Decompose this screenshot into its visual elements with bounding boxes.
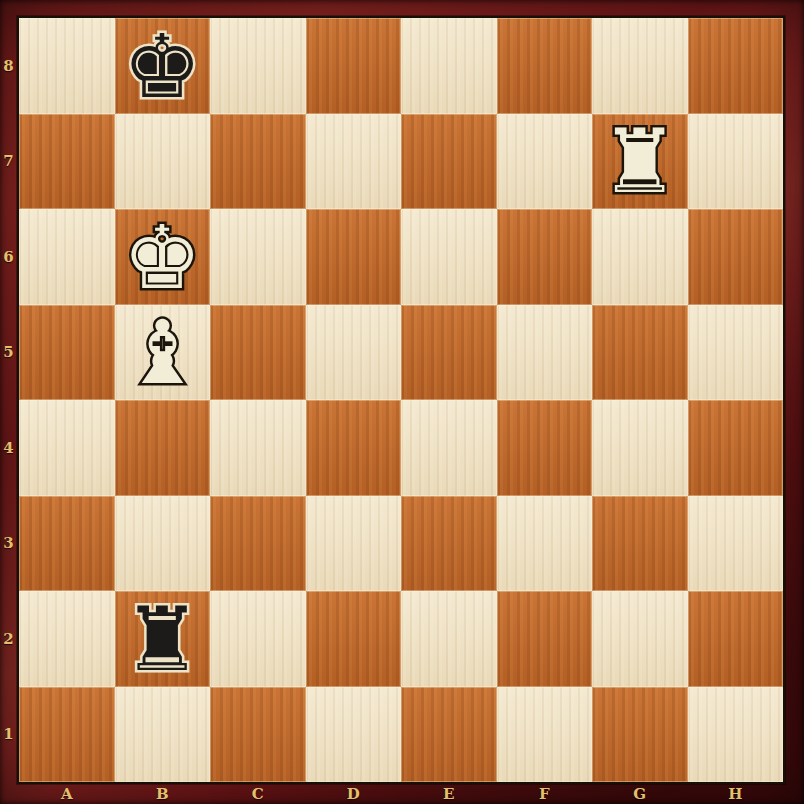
square-b6[interactable]: ♚♚ — [115, 209, 211, 305]
square-f2[interactable] — [497, 591, 593, 687]
king-icon: ♚ — [123, 23, 202, 111]
square-b4[interactable] — [115, 400, 211, 496]
square-f6[interactable] — [497, 209, 593, 305]
file-label-e: E — [401, 784, 497, 804]
square-c7[interactable] — [210, 114, 306, 210]
rank-label-3: 3 — [0, 496, 17, 592]
rank-label-1: 1 — [0, 687, 17, 783]
square-a7[interactable] — [19, 114, 115, 210]
square-a6[interactable] — [19, 209, 115, 305]
square-h6[interactable] — [688, 209, 784, 305]
rank-label-8: 8 — [0, 18, 17, 114]
square-h8[interactable] — [688, 18, 784, 114]
rank-labels: 87654321 — [0, 18, 17, 782]
square-b2[interactable]: ♜♜ — [115, 591, 211, 687]
rank-label-2: 2 — [0, 591, 17, 687]
square-f3[interactable] — [497, 496, 593, 592]
square-d4[interactable] — [306, 400, 402, 496]
file-label-h: H — [688, 784, 784, 804]
square-g7[interactable]: ♜♜ — [592, 114, 688, 210]
chessboard-screenshot: ♚♚♜♜♚♚♝♝♜♜ 87654321 ABCDEFGH — [0, 0, 804, 804]
square-f4[interactable] — [497, 400, 593, 496]
square-e5[interactable] — [401, 305, 497, 401]
square-g6[interactable] — [592, 209, 688, 305]
square-a3[interactable] — [19, 496, 115, 592]
file-label-d: D — [306, 784, 402, 804]
square-h5[interactable] — [688, 305, 784, 401]
white-king[interactable]: ♚♚ — [115, 209, 211, 305]
square-c1[interactable] — [210, 687, 306, 783]
square-e3[interactable] — [401, 496, 497, 592]
square-f1[interactable] — [497, 687, 593, 783]
square-d1[interactable] — [306, 687, 402, 783]
square-d5[interactable] — [306, 305, 402, 401]
rook-icon: ♜ — [600, 118, 679, 206]
rook-icon: ♜ — [123, 596, 202, 684]
square-c8[interactable] — [210, 18, 306, 114]
square-g2[interactable] — [592, 591, 688, 687]
square-h3[interactable] — [688, 496, 784, 592]
square-g1[interactable] — [592, 687, 688, 783]
square-g5[interactable] — [592, 305, 688, 401]
square-b5[interactable]: ♝♝ — [115, 305, 211, 401]
rank-label-4: 4 — [0, 400, 17, 496]
file-labels: ABCDEFGH — [19, 784, 783, 804]
black-king[interactable]: ♚♚ — [115, 18, 211, 114]
square-c3[interactable] — [210, 496, 306, 592]
square-a4[interactable] — [19, 400, 115, 496]
square-b7[interactable] — [115, 114, 211, 210]
square-g8[interactable] — [592, 18, 688, 114]
square-h2[interactable] — [688, 591, 784, 687]
square-e2[interactable] — [401, 591, 497, 687]
square-e7[interactable] — [401, 114, 497, 210]
square-f5[interactable] — [497, 305, 593, 401]
chess-board: ♚♚♜♜♚♚♝♝♜♜ — [17, 16, 785, 784]
square-b1[interactable] — [115, 687, 211, 783]
file-label-c: C — [210, 784, 306, 804]
square-f8[interactable] — [497, 18, 593, 114]
square-d7[interactable] — [306, 114, 402, 210]
white-bishop[interactable]: ♝♝ — [115, 305, 211, 401]
square-d3[interactable] — [306, 496, 402, 592]
square-a1[interactable] — [19, 687, 115, 783]
square-b3[interactable] — [115, 496, 211, 592]
square-a8[interactable] — [19, 18, 115, 114]
rank-label-5: 5 — [0, 305, 17, 401]
square-c6[interactable] — [210, 209, 306, 305]
square-a5[interactable] — [19, 305, 115, 401]
square-e8[interactable] — [401, 18, 497, 114]
square-h1[interactable] — [688, 687, 784, 783]
square-e4[interactable] — [401, 400, 497, 496]
square-a2[interactable] — [19, 591, 115, 687]
king-icon: ♚ — [123, 214, 202, 302]
square-e1[interactable] — [401, 687, 497, 783]
square-e6[interactable] — [401, 209, 497, 305]
square-c5[interactable] — [210, 305, 306, 401]
black-rook[interactable]: ♜♜ — [115, 591, 211, 687]
square-b8[interactable]: ♚♚ — [115, 18, 211, 114]
file-label-b: B — [115, 784, 211, 804]
square-d6[interactable] — [306, 209, 402, 305]
square-c4[interactable] — [210, 400, 306, 496]
rank-label-6: 6 — [0, 209, 17, 305]
file-label-a: A — [19, 784, 115, 804]
square-g3[interactable] — [592, 496, 688, 592]
file-label-f: F — [497, 784, 593, 804]
bishop-icon: ♝ — [123, 309, 202, 397]
square-h4[interactable] — [688, 400, 784, 496]
square-c2[interactable] — [210, 591, 306, 687]
square-g4[interactable] — [592, 400, 688, 496]
file-label-g: G — [592, 784, 688, 804]
square-d8[interactable] — [306, 18, 402, 114]
square-d2[interactable] — [306, 591, 402, 687]
white-rook[interactable]: ♜♜ — [592, 114, 688, 210]
square-f7[interactable] — [497, 114, 593, 210]
rank-label-7: 7 — [0, 114, 17, 210]
square-h7[interactable] — [688, 114, 784, 210]
